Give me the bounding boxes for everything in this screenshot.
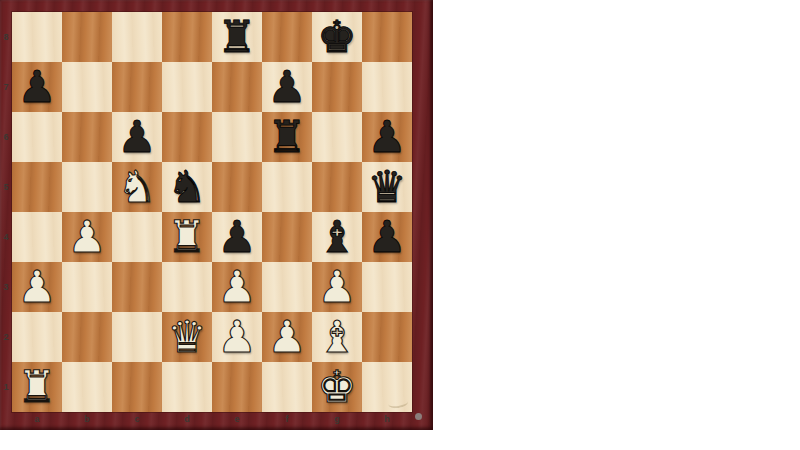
square-d7[interactable] xyxy=(162,62,212,112)
square-a3[interactable]: ♟ xyxy=(12,262,62,312)
square-d8[interactable] xyxy=(162,12,212,62)
frame-corner-dot xyxy=(415,413,422,420)
black-pawn-f7[interactable]: ♟ xyxy=(262,62,312,112)
square-a8[interactable] xyxy=(12,12,62,62)
square-d6[interactable] xyxy=(162,112,212,162)
square-h8[interactable] xyxy=(362,12,412,62)
file-label-g: g xyxy=(312,412,362,428)
black-pawn-e4[interactable]: ♟ xyxy=(212,212,262,262)
square-c5[interactable]: ♞ xyxy=(112,162,162,212)
square-b6[interactable] xyxy=(62,112,112,162)
white-knight-c5[interactable]: ♞ xyxy=(112,162,162,212)
white-pawn-e2[interactable]: ♟ xyxy=(212,312,262,362)
black-king-g8[interactable]: ♚ xyxy=(312,12,362,62)
square-g3[interactable]: ♟ xyxy=(312,262,362,312)
square-e3[interactable]: ♟ xyxy=(212,262,262,312)
file-label-c: c xyxy=(112,412,162,428)
square-h2[interactable] xyxy=(362,312,412,362)
square-b5[interactable] xyxy=(62,162,112,212)
square-f3[interactable] xyxy=(262,262,312,312)
square-a5[interactable] xyxy=(12,162,62,212)
file-label-h: h xyxy=(362,412,412,428)
square-h3[interactable] xyxy=(362,262,412,312)
square-g6[interactable] xyxy=(312,112,362,162)
black-rook-f6[interactable]: ♜ xyxy=(262,112,312,162)
white-rook-a1[interactable]: ♜ xyxy=(12,362,62,412)
square-e2[interactable]: ♟ xyxy=(212,312,262,362)
square-a7[interactable]: ♟ xyxy=(12,62,62,112)
white-king-g1[interactable]: ♚ xyxy=(312,362,362,412)
file-label-d: d xyxy=(162,412,212,428)
square-e1[interactable] xyxy=(212,362,262,412)
board-grid: ♜♚♟♟♟♜♟♞♞♛♟♜♟♝♟♟♟♟♛♟♟♝♜♚ xyxy=(12,12,412,412)
rank-label-3: 3 xyxy=(0,262,12,312)
white-pawn-f2[interactable]: ♟ xyxy=(262,312,312,362)
chess-board: ♜♚♟♟♟♜♟♞♞♛♟♜♟♝♟♟♟♟♛♟♟♝♜♚ 87654321 abcdef… xyxy=(0,0,433,430)
square-b3[interactable] xyxy=(62,262,112,312)
white-pawn-a3[interactable]: ♟ xyxy=(12,262,62,312)
square-a2[interactable] xyxy=(12,312,62,362)
white-pawn-g3[interactable]: ♟ xyxy=(312,262,362,312)
square-g2[interactable]: ♝ xyxy=(312,312,362,362)
square-d3[interactable] xyxy=(162,262,212,312)
square-b7[interactable] xyxy=(62,62,112,112)
black-bishop-g4[interactable]: ♝ xyxy=(312,212,362,262)
file-label-e: e xyxy=(212,412,262,428)
square-c7[interactable] xyxy=(112,62,162,112)
rank-label-1: 1 xyxy=(0,362,12,412)
rank-label-7: 7 xyxy=(0,62,12,112)
white-pawn-b4[interactable]: ♟ xyxy=(62,212,112,262)
rank-label-4: 4 xyxy=(0,212,12,262)
black-rook-e8[interactable]: ♜ xyxy=(212,12,262,62)
square-a1[interactable]: ♜ xyxy=(12,362,62,412)
square-g8[interactable]: ♚ xyxy=(312,12,362,62)
rank-label-8: 8 xyxy=(0,12,12,62)
file-label-a: a xyxy=(12,412,62,428)
black-pawn-h6[interactable]: ♟ xyxy=(362,112,412,162)
rank-label-6: 6 xyxy=(0,112,12,162)
rank-label-2: 2 xyxy=(0,312,12,362)
square-g1[interactable]: ♚ xyxy=(312,362,362,412)
square-d5[interactable]: ♞ xyxy=(162,162,212,212)
square-f7[interactable]: ♟ xyxy=(262,62,312,112)
square-f2[interactable]: ♟ xyxy=(262,312,312,362)
square-a4[interactable] xyxy=(12,212,62,262)
square-g5[interactable] xyxy=(312,162,362,212)
square-e8[interactable]: ♜ xyxy=(212,12,262,62)
square-f6[interactable]: ♜ xyxy=(262,112,312,162)
square-d2[interactable]: ♛ xyxy=(162,312,212,362)
square-b4[interactable]: ♟ xyxy=(62,212,112,262)
square-a6[interactable] xyxy=(12,112,62,162)
square-h7[interactable] xyxy=(362,62,412,112)
file-label-b: b xyxy=(62,412,112,428)
square-c1[interactable] xyxy=(112,362,162,412)
square-g4[interactable]: ♝ xyxy=(312,212,362,262)
square-c2[interactable] xyxy=(112,312,162,362)
square-c8[interactable] xyxy=(112,12,162,62)
square-h4[interactable]: ♟ xyxy=(362,212,412,262)
black-queen-h5[interactable]: ♛ xyxy=(362,162,412,212)
black-pawn-c6[interactable]: ♟ xyxy=(112,112,162,162)
square-f1[interactable] xyxy=(262,362,312,412)
square-e7[interactable] xyxy=(212,62,262,112)
square-e5[interactable] xyxy=(212,162,262,212)
square-d4[interactable]: ♜ xyxy=(162,212,212,262)
square-b1[interactable] xyxy=(62,362,112,412)
square-f4[interactable] xyxy=(262,212,312,262)
square-d1[interactable] xyxy=(162,362,212,412)
black-pawn-h4[interactable]: ♟ xyxy=(362,212,412,262)
black-knight-d5[interactable]: ♞ xyxy=(162,162,212,212)
white-queen-d2[interactable]: ♛ xyxy=(162,312,212,362)
square-g7[interactable] xyxy=(312,62,362,112)
square-e6[interactable] xyxy=(212,112,262,162)
rank-label-5: 5 xyxy=(0,162,12,212)
square-b2[interactable] xyxy=(62,312,112,362)
square-h5[interactable]: ♛ xyxy=(362,162,412,212)
file-label-f: f xyxy=(262,412,312,428)
white-bishop-g2[interactable]: ♝ xyxy=(312,312,362,362)
square-e4[interactable]: ♟ xyxy=(212,212,262,262)
square-b8[interactable] xyxy=(62,12,112,62)
square-f5[interactable] xyxy=(262,162,312,212)
square-f8[interactable] xyxy=(262,12,312,62)
square-c4[interactable] xyxy=(112,212,162,262)
square-c6[interactable]: ♟ xyxy=(112,112,162,162)
black-pawn-a7[interactable]: ♟ xyxy=(12,62,62,112)
square-c3[interactable] xyxy=(112,262,162,312)
white-rook-d4[interactable]: ♜ xyxy=(162,212,212,262)
white-pawn-e3[interactable]: ♟ xyxy=(212,262,262,312)
square-h6[interactable]: ♟ xyxy=(362,112,412,162)
